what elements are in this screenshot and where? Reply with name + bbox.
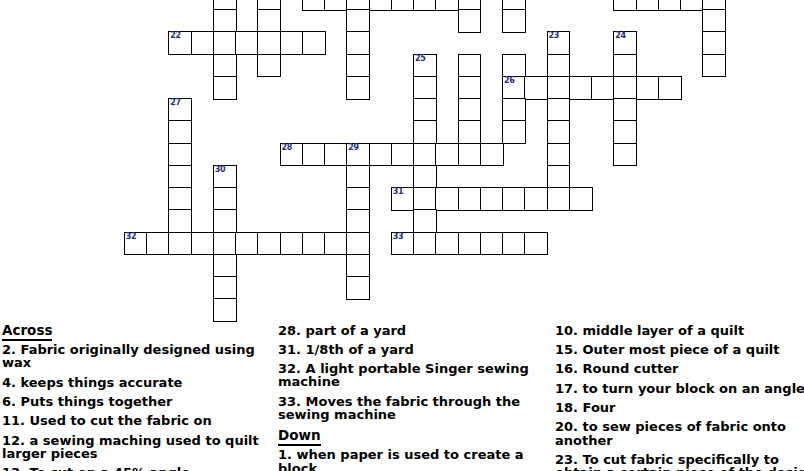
grid-cell[interactable] [613,98,637,122]
grid-cell[interactable] [547,187,571,211]
clue-item-13: 13. To cut on a 45% angle [2,466,259,471]
grid-cell[interactable] [302,0,326,11]
grid-cell[interactable] [257,54,281,78]
grid-cell[interactable] [213,9,237,33]
grid-cell[interactable] [369,0,393,11]
clue-item-6: 6. Puts things together [2,395,259,408]
grid-cell[interactable] [257,9,281,33]
grid-cell[interactable] [257,232,281,256]
clue-text: a sewing maching used to quilt larger pi… [2,433,259,461]
clue-number: 11. [2,413,25,428]
cell-number: 30 [215,165,225,175]
grid-cell[interactable] [168,143,192,167]
clue-number: 28. [278,323,301,338]
grid-cell[interactable] [213,298,237,322]
grid-cell[interactable] [213,31,237,55]
grid-cell[interactable] [702,31,726,55]
cell-number: 27 [170,98,180,108]
clue-text: 1/8th of a yard [301,342,414,357]
clue-text: Fabric originally designed using wax [2,342,255,370]
clue-item-28: 28. part of a yard [278,324,529,337]
grid-cell[interactable] [547,165,571,189]
clue-number: 6. [2,394,16,409]
grid-cell[interactable] [213,232,237,256]
clue-text: Round cutter [578,361,678,376]
grid-cell[interactable] [569,76,593,100]
grid-cell[interactable]: 31 [391,187,415,211]
clue-item-31: 31. 1/8th of a yard [278,343,529,356]
grid-cell[interactable] [413,76,437,100]
grid-cell[interactable] [191,232,215,256]
grid-cell[interactable] [324,0,348,11]
grid-cell[interactable] [413,98,437,122]
clue-column-2: 28. part of a yard31. 1/8th of a yard32.… [278,324,529,471]
clue-item-11: 11. Used to cut the fabric on [2,414,259,427]
grid-cell[interactable] [502,54,526,78]
grid-cell[interactable] [547,98,571,122]
clue-text: to turn your block on an angle [578,381,804,396]
grid-cell[interactable] [168,187,192,211]
grid-cell[interactable] [346,31,370,55]
grid-cell[interactable] [658,0,682,11]
grid-cell[interactable] [391,0,415,11]
grid-cell[interactable] [680,0,704,11]
grid-cell[interactable]: 33 [391,232,415,256]
cell-number: 26 [504,76,514,86]
grid-cell[interactable] [613,143,637,167]
grid-cell[interactable] [569,187,593,211]
clue-text: when paper is used to create a block [278,447,524,471]
clue-item-18: 18. Four [555,401,804,414]
grid-cell[interactable] [480,232,504,256]
clue-text: Outer most piece of a quilt [578,342,779,357]
clue-number: 4. [2,375,16,390]
grid-cell[interactable] [413,187,437,211]
clue-text: Used to cut the fabric on [25,413,212,428]
clue-item-15: 15. Outer most piece of a quilt [555,343,804,356]
clue-number: 18. [555,400,578,415]
grid-cell[interactable] [213,254,237,278]
grid-cell[interactable]: 30 [213,165,237,189]
cell-number: 22 [170,31,180,41]
clue-item-2: 2. Fabric originally designed using wax [2,343,259,369]
grid-cell[interactable] [458,143,482,167]
grid-cell[interactable] [702,54,726,78]
clue-number: 15. [555,342,578,357]
grid-cell[interactable] [458,54,482,78]
grid-cell[interactable] [324,232,348,256]
cell-number: 33 [393,232,403,242]
grid-cell[interactable] [613,120,637,144]
grid-cell[interactable] [346,232,370,256]
grid-cell[interactable] [346,76,370,100]
grid-cell[interactable] [658,76,682,100]
grid-cell[interactable] [435,187,459,211]
grid-cell[interactable]: 23 [547,31,571,55]
grid-cell[interactable] [547,54,571,78]
clue-number: 17. [555,381,578,396]
grid-cell[interactable] [280,232,304,256]
grid-cell[interactable] [413,209,437,233]
grid-cell[interactable] [435,232,459,256]
clue-text: Puts things together [16,394,173,409]
grid-cell[interactable] [213,54,237,78]
grid-cell[interactable] [413,165,437,189]
clue-text: middle layer of a quilt [578,323,744,338]
grid-cell[interactable]: 25 [413,54,437,78]
clue-item-10: 10. middle layer of a quilt [555,324,804,337]
grid-cell[interactable] [591,76,615,100]
cell-number: 25 [415,54,425,64]
clue-item-23: 23. To cut fabric specifically to obtain… [555,453,804,471]
grid-cell[interactable] [702,9,726,33]
grid-cell[interactable] [346,209,370,233]
grid-cell[interactable] [502,120,526,144]
grid-cell[interactable] [168,120,192,144]
grid-cell[interactable] [257,31,281,55]
grid-cell[interactable] [547,76,571,100]
grid-cell[interactable] [213,276,237,300]
grid-cell[interactable] [346,187,370,211]
grid-cell[interactable] [346,165,370,189]
grid-cell[interactable] [613,76,637,100]
grid-cell[interactable] [168,209,192,233]
grid-cell[interactable] [213,209,237,233]
grid-cell[interactable] [168,232,192,256]
clue-item-4: 4. keeps things accurate [2,376,259,389]
grid-cell[interactable] [458,232,482,256]
clue-text: To cut fabric specifically to obtain a c… [555,452,804,471]
grid-cell[interactable] [502,9,526,33]
clue-item-1: 1. when paper is used to create a block [278,448,529,471]
grid-cell[interactable] [346,54,370,78]
cell-number: 23 [549,31,559,41]
clue-text: A light portable Singer sewing machine [278,361,529,389]
clue-text: Four [578,400,615,415]
grid-cell[interactable] [213,187,237,211]
grid-cell[interactable] [480,143,504,167]
grid-cell[interactable]: 27 [168,98,192,122]
grid-cell[interactable] [302,31,326,55]
grid-cell[interactable] [435,0,459,11]
grid-cell[interactable] [235,232,259,256]
grid-cell[interactable] [280,31,304,55]
clue-item-16: 16. Round cutter [555,362,804,375]
grid-cell[interactable] [524,76,548,100]
cell-number: 29 [348,143,358,153]
clue-number: 31. [278,342,301,357]
clue-column-3: 10. middle layer of a quilt15. Outer mos… [555,324,804,471]
clue-text: to sew pieces of fabric onto another [555,419,786,447]
clue-number: 16. [555,361,578,376]
grid-cell[interactable] [191,31,215,55]
grid-cell[interactable]: 29 [346,143,370,167]
grid-cell[interactable] [458,120,482,144]
clue-item-32: 32. A light portable Singer sewing machi… [278,362,529,388]
grid-cell[interactable] [302,143,326,167]
grid-cell[interactable] [346,254,370,278]
grid-cell[interactable] [168,165,192,189]
grid-cell[interactable] [346,9,370,33]
clue-column-1: Across2. Fabric originally designed usin… [2,322,259,471]
clue-item-33: 33. Moves the fabric through the sewing … [278,395,529,421]
clue-number: 13. [2,465,25,471]
grid-cell[interactable] [369,143,393,167]
grid-cell[interactable]: 26 [502,76,526,100]
grid-cell[interactable] [413,232,437,256]
grid-cell[interactable] [547,120,571,144]
grid-cell[interactable] [413,0,437,11]
grid-cell[interactable]: 24 [613,31,637,55]
grid-cell[interactable] [636,76,660,100]
clue-item-20: 20. to sew pieces of fabric onto another [555,420,804,446]
grid-cell[interactable] [235,31,259,55]
grid-cell[interactable] [524,232,548,256]
grid-cell[interactable] [458,98,482,122]
grid-cell[interactable] [413,120,437,144]
clue-text: part of a yard [301,323,406,338]
grid-cell[interactable] [413,143,437,167]
grid-cell[interactable] [458,9,482,33]
grid-cell[interactable] [502,98,526,122]
clue-item-17: 17. to turn your block on an angle [555,382,804,395]
grid-cell[interactable] [458,187,482,211]
cell-number: 31 [393,187,403,197]
down-heading: Down [278,427,321,446]
across-heading: Across [2,322,52,341]
grid-cell[interactable] [480,187,504,211]
crossword-page: { "game": "crossword", "theme": "quiltin… [0,0,804,471]
grid-cell[interactable]: 32 [124,232,148,256]
clue-text: To cut on a 45% angle [25,465,190,471]
grid-cell[interactable]: 22 [168,31,192,55]
grid-cell[interactable]: 28 [280,143,304,167]
grid-cell[interactable] [391,143,415,167]
grid-cell[interactable] [435,143,459,167]
grid-cell[interactable] [502,232,526,256]
grid-cell[interactable] [302,232,326,256]
cell-number: 24 [615,31,625,41]
grid-cell[interactable] [524,187,548,211]
cell-number: 32 [126,232,136,242]
grid-cell[interactable] [613,0,637,11]
grid-cell[interactable] [502,187,526,211]
grid-cell[interactable] [547,143,571,167]
grid-cell[interactable] [146,232,170,256]
grid-cell[interactable] [213,76,237,100]
clue-item-12: 12. a sewing maching used to quilt large… [2,434,259,460]
clue-text: Moves the fabric through the sewing mach… [278,394,520,422]
grid-cell[interactable] [324,143,348,167]
grid-cell[interactable] [636,0,660,11]
grid-cell[interactable] [346,276,370,300]
cell-number: 28 [282,143,292,153]
grid-cell[interactable] [458,76,482,100]
grid-cell[interactable] [613,54,637,78]
clue-number: 10. [555,323,578,338]
clue-text: keeps things accurate [16,375,182,390]
